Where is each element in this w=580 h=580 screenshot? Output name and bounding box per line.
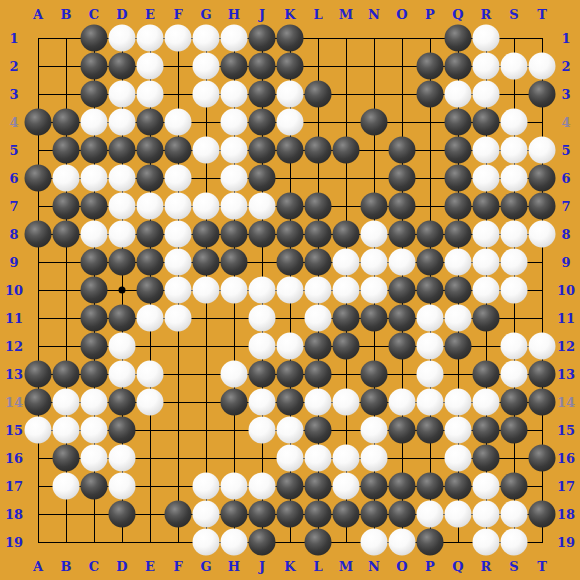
black-stone-D15[interactable] [109, 417, 136, 444]
white-stone-E11[interactable] [137, 305, 164, 332]
col-label-bottom: T [537, 560, 547, 573]
white-stone-L10[interactable] [305, 277, 332, 304]
go-board[interactable]: AABBCCDDEEFFGGHHJJKKLLMMNNOOPPQQRRSSTT11… [0, 0, 580, 580]
col-label-bottom: H [228, 560, 240, 573]
white-stone-C14[interactable] [81, 389, 108, 416]
white-stone-R1[interactable] [473, 25, 500, 52]
black-stone-Q6[interactable] [445, 165, 472, 192]
black-stone-O15[interactable] [389, 417, 416, 444]
white-stone-D16[interactable] [109, 445, 136, 472]
black-stone-Q10[interactable] [445, 277, 472, 304]
white-stone-T12[interactable] [529, 333, 556, 360]
black-stone-J19[interactable] [249, 529, 276, 556]
black-stone-H8[interactable] [221, 221, 248, 248]
white-stone-D12[interactable] [109, 333, 136, 360]
black-stone-R7[interactable] [473, 193, 500, 220]
black-stone-H14[interactable] [221, 389, 248, 416]
white-stone-M10[interactable] [333, 277, 360, 304]
white-stone-O19[interactable] [389, 529, 416, 556]
white-stone-E2[interactable] [137, 53, 164, 80]
white-stone-P12[interactable] [417, 333, 444, 360]
white-stone-F9[interactable] [165, 249, 192, 276]
black-stone-Q7[interactable] [445, 193, 472, 220]
col-label-top: A [33, 8, 43, 21]
white-stone-G18[interactable] [193, 501, 220, 528]
white-stone-E1[interactable] [137, 25, 164, 52]
black-stone-D18[interactable] [109, 501, 136, 528]
white-stone-P11[interactable] [417, 305, 444, 332]
black-stone-K13[interactable] [277, 361, 304, 388]
black-stone-L3[interactable] [305, 81, 332, 108]
black-stone-J8[interactable] [249, 221, 276, 248]
white-stone-R17[interactable] [473, 473, 500, 500]
black-stone-M11[interactable] [333, 305, 360, 332]
white-stone-H3[interactable] [221, 81, 248, 108]
col-label-bottom: P [425, 560, 435, 573]
black-stone-L8[interactable] [305, 221, 332, 248]
black-stone-L15[interactable] [305, 417, 332, 444]
white-stone-R10[interactable] [473, 277, 500, 304]
white-stone-K3[interactable] [277, 81, 304, 108]
black-stone-G8[interactable] [193, 221, 220, 248]
row-label-left: 15 [5, 424, 23, 437]
black-stone-R15[interactable] [473, 417, 500, 444]
white-stone-R9[interactable] [473, 249, 500, 276]
col-label-bottom: L [313, 560, 322, 573]
white-stone-D4[interactable] [109, 109, 136, 136]
star-point [119, 287, 126, 294]
col-label-top: C [89, 8, 99, 21]
white-stone-N15[interactable] [361, 417, 388, 444]
black-stone-C3[interactable] [81, 81, 108, 108]
black-stone-P19[interactable] [417, 529, 444, 556]
col-label-top: L [313, 8, 322, 21]
black-stone-M8[interactable] [333, 221, 360, 248]
black-stone-L19[interactable] [305, 529, 332, 556]
black-stone-K2[interactable] [277, 53, 304, 80]
row-label-right: 17 [557, 480, 575, 493]
black-stone-N4[interactable] [361, 109, 388, 136]
black-stone-P17[interactable] [417, 473, 444, 500]
white-stone-D13[interactable] [109, 361, 136, 388]
black-stone-A8[interactable] [25, 221, 52, 248]
black-stone-B5[interactable] [53, 137, 80, 164]
black-stone-J18[interactable] [249, 501, 276, 528]
black-stone-A14[interactable] [25, 389, 52, 416]
black-stone-O18[interactable] [389, 501, 416, 528]
row-label-right: 2 [561, 60, 570, 73]
white-stone-H17[interactable] [221, 473, 248, 500]
black-stone-D14[interactable] [109, 389, 136, 416]
black-stone-O17[interactable] [389, 473, 416, 500]
black-stone-B8[interactable] [53, 221, 80, 248]
white-stone-S13[interactable] [501, 361, 528, 388]
black-stone-T18[interactable] [529, 501, 556, 528]
white-stone-G10[interactable] [193, 277, 220, 304]
black-stone-B7[interactable] [53, 193, 80, 220]
white-stone-L14[interactable] [305, 389, 332, 416]
row-label-right: 9 [561, 256, 570, 269]
black-stone-E5[interactable] [137, 137, 164, 164]
white-stone-R6[interactable] [473, 165, 500, 192]
black-stone-T13[interactable] [529, 361, 556, 388]
white-stone-J10[interactable] [249, 277, 276, 304]
black-stone-L12[interactable] [305, 333, 332, 360]
white-stone-J11[interactable] [249, 305, 276, 332]
col-label-bottom: B [61, 560, 72, 573]
white-stone-F7[interactable] [165, 193, 192, 220]
white-stone-P18[interactable] [417, 501, 444, 528]
white-stone-B15[interactable] [53, 417, 80, 444]
black-stone-P2[interactable] [417, 53, 444, 80]
white-stone-E3[interactable] [137, 81, 164, 108]
white-stone-R18[interactable] [473, 501, 500, 528]
white-stone-S8[interactable] [501, 221, 528, 248]
white-stone-D6[interactable] [109, 165, 136, 192]
black-stone-C17[interactable] [81, 473, 108, 500]
white-stone-F4[interactable] [165, 109, 192, 136]
black-stone-D5[interactable] [109, 137, 136, 164]
white-stone-K15[interactable] [277, 417, 304, 444]
black-stone-P3[interactable] [417, 81, 444, 108]
black-stone-N7[interactable] [361, 193, 388, 220]
white-stone-S19[interactable] [501, 529, 528, 556]
black-stone-K5[interactable] [277, 137, 304, 164]
black-stone-E6[interactable] [137, 165, 164, 192]
white-stone-J15[interactable] [249, 417, 276, 444]
black-stone-P15[interactable] [417, 417, 444, 444]
row-label-right: 11 [557, 312, 575, 325]
black-stone-A4[interactable] [25, 109, 52, 136]
black-stone-S7[interactable] [501, 193, 528, 220]
white-stone-M14[interactable] [333, 389, 360, 416]
white-stone-H1[interactable] [221, 25, 248, 52]
black-stone-S14[interactable] [501, 389, 528, 416]
white-stone-T2[interactable] [529, 53, 556, 80]
white-stone-K10[interactable] [277, 277, 304, 304]
black-stone-A13[interactable] [25, 361, 52, 388]
black-stone-T16[interactable] [529, 445, 556, 472]
white-stone-J17[interactable] [249, 473, 276, 500]
white-stone-E13[interactable] [137, 361, 164, 388]
black-stone-J5[interactable] [249, 137, 276, 164]
black-stone-P10[interactable] [417, 277, 444, 304]
black-stone-T3[interactable] [529, 81, 556, 108]
black-stone-E8[interactable] [137, 221, 164, 248]
white-stone-Q11[interactable] [445, 305, 472, 332]
black-stone-P8[interactable] [417, 221, 444, 248]
black-stone-N17[interactable] [361, 473, 388, 500]
black-stone-K9[interactable] [277, 249, 304, 276]
black-stone-N13[interactable] [361, 361, 388, 388]
white-stone-K4[interactable] [277, 109, 304, 136]
white-stone-F1[interactable] [165, 25, 192, 52]
row-label-left: 4 [9, 116, 18, 129]
black-stone-C1[interactable] [81, 25, 108, 52]
black-stone-N14[interactable] [361, 389, 388, 416]
col-label-top: H [228, 8, 240, 21]
black-stone-F5[interactable] [165, 137, 192, 164]
white-stone-S2[interactable] [501, 53, 528, 80]
black-stone-O5[interactable] [389, 137, 416, 164]
white-stone-P13[interactable] [417, 361, 444, 388]
black-stone-Q17[interactable] [445, 473, 472, 500]
black-stone-B4[interactable] [53, 109, 80, 136]
row-label-right: 6 [561, 172, 570, 185]
col-label-top: E [145, 8, 155, 21]
white-stone-S10[interactable] [501, 277, 528, 304]
black-stone-L5[interactable] [305, 137, 332, 164]
white-stone-C15[interactable] [81, 417, 108, 444]
white-stone-S18[interactable] [501, 501, 528, 528]
black-stone-Q12[interactable] [445, 333, 472, 360]
white-stone-B17[interactable] [53, 473, 80, 500]
black-stone-T7[interactable] [529, 193, 556, 220]
col-label-bottom: D [116, 560, 127, 573]
white-stone-C16[interactable] [81, 445, 108, 472]
black-stone-R16[interactable] [473, 445, 500, 472]
black-stone-H9[interactable] [221, 249, 248, 276]
black-stone-Q2[interactable] [445, 53, 472, 80]
white-stone-P14[interactable] [417, 389, 444, 416]
black-stone-O6[interactable] [389, 165, 416, 192]
white-stone-N8[interactable] [361, 221, 388, 248]
white-stone-E7[interactable] [137, 193, 164, 220]
black-stone-M18[interactable] [333, 501, 360, 528]
white-stone-H10[interactable] [221, 277, 248, 304]
row-label-left: 2 [9, 60, 18, 73]
black-stone-M5[interactable] [333, 137, 360, 164]
white-stone-F6[interactable] [165, 165, 192, 192]
white-stone-G17[interactable] [193, 473, 220, 500]
black-stone-T6[interactable] [529, 165, 556, 192]
black-stone-C12[interactable] [81, 333, 108, 360]
black-stone-E9[interactable] [137, 249, 164, 276]
white-stone-A15[interactable] [25, 417, 52, 444]
white-stone-J7[interactable] [249, 193, 276, 220]
white-stone-T5[interactable] [529, 137, 556, 164]
row-label-right: 5 [561, 144, 570, 157]
white-stone-G3[interactable] [193, 81, 220, 108]
black-stone-J1[interactable] [249, 25, 276, 52]
black-stone-O11[interactable] [389, 305, 416, 332]
white-stone-H19[interactable] [221, 529, 248, 556]
black-stone-Q5[interactable] [445, 137, 472, 164]
black-stone-B13[interactable] [53, 361, 80, 388]
black-stone-C9[interactable] [81, 249, 108, 276]
black-stone-J6[interactable] [249, 165, 276, 192]
black-stone-L9[interactable] [305, 249, 332, 276]
black-stone-K17[interactable] [277, 473, 304, 500]
black-stone-O7[interactable] [389, 193, 416, 220]
black-stone-J13[interactable] [249, 361, 276, 388]
white-stone-H5[interactable] [221, 137, 248, 164]
white-stone-N10[interactable] [361, 277, 388, 304]
white-stone-H13[interactable] [221, 361, 248, 388]
white-stone-S12[interactable] [501, 333, 528, 360]
white-stone-F11[interactable] [165, 305, 192, 332]
col-label-bottom: K [284, 560, 295, 573]
black-stone-L17[interactable] [305, 473, 332, 500]
black-stone-O8[interactable] [389, 221, 416, 248]
black-stone-B16[interactable] [53, 445, 80, 472]
black-stone-E4[interactable] [137, 109, 164, 136]
white-stone-B14[interactable] [53, 389, 80, 416]
white-stone-B6[interactable] [53, 165, 80, 192]
col-label-top: M [339, 8, 353, 21]
black-stone-Q8[interactable] [445, 221, 472, 248]
black-stone-C2[interactable] [81, 53, 108, 80]
white-stone-D7[interactable] [109, 193, 136, 220]
col-label-top: D [116, 8, 127, 21]
black-stone-S17[interactable] [501, 473, 528, 500]
black-stone-T14[interactable] [529, 389, 556, 416]
white-stone-S4[interactable] [501, 109, 528, 136]
white-stone-R3[interactable] [473, 81, 500, 108]
black-stone-L13[interactable] [305, 361, 332, 388]
col-label-top: J [259, 8, 265, 21]
black-stone-L7[interactable] [305, 193, 332, 220]
white-stone-N19[interactable] [361, 529, 388, 556]
white-stone-H7[interactable] [221, 193, 248, 220]
white-stone-Q3[interactable] [445, 81, 472, 108]
white-stone-M17[interactable] [333, 473, 360, 500]
white-stone-G7[interactable] [193, 193, 220, 220]
white-stone-C6[interactable] [81, 165, 108, 192]
black-stone-P9[interactable] [417, 249, 444, 276]
col-label-bottom: A [33, 560, 43, 573]
white-stone-R19[interactable] [473, 529, 500, 556]
black-stone-E10[interactable] [137, 277, 164, 304]
black-stone-M12[interactable] [333, 333, 360, 360]
white-stone-R14[interactable] [473, 389, 500, 416]
white-stone-F8[interactable] [165, 221, 192, 248]
row-label-left: 3 [9, 88, 18, 101]
black-stone-C11[interactable] [81, 305, 108, 332]
black-stone-J4[interactable] [249, 109, 276, 136]
black-stone-H18[interactable] [221, 501, 248, 528]
black-stone-S15[interactable] [501, 417, 528, 444]
black-stone-K7[interactable] [277, 193, 304, 220]
white-stone-T8[interactable] [529, 221, 556, 248]
col-label-bottom: S [509, 560, 518, 573]
white-stone-N16[interactable] [361, 445, 388, 472]
white-stone-H4[interactable] [221, 109, 248, 136]
row-label-right: 14 [557, 396, 575, 409]
white-stone-Q18[interactable] [445, 501, 472, 528]
black-stone-A6[interactable] [25, 165, 52, 192]
white-stone-Q14[interactable] [445, 389, 472, 416]
white-stone-N9[interactable] [361, 249, 388, 276]
col-label-top: T [537, 8, 547, 21]
black-stone-R13[interactable] [473, 361, 500, 388]
white-stone-J12[interactable] [249, 333, 276, 360]
black-stone-N11[interactable] [361, 305, 388, 332]
white-stone-Q16[interactable] [445, 445, 472, 472]
row-label-left: 1 [9, 32, 18, 45]
white-stone-M9[interactable] [333, 249, 360, 276]
black-stone-Q1[interactable] [445, 25, 472, 52]
black-stone-N18[interactable] [361, 501, 388, 528]
col-label-bottom: J [259, 560, 265, 573]
black-stone-D2[interactable] [109, 53, 136, 80]
row-label-right: 18 [557, 508, 575, 521]
white-stone-Q15[interactable] [445, 417, 472, 444]
white-stone-F10[interactable] [165, 277, 192, 304]
white-stone-J14[interactable] [249, 389, 276, 416]
white-stone-D17[interactable] [109, 473, 136, 500]
white-stone-R2[interactable] [473, 53, 500, 80]
white-stone-C8[interactable] [81, 221, 108, 248]
white-stone-G1[interactable] [193, 25, 220, 52]
black-stone-D11[interactable] [109, 305, 136, 332]
black-stone-J3[interactable] [249, 81, 276, 108]
white-stone-D8[interactable] [109, 221, 136, 248]
black-stone-K1[interactable] [277, 25, 304, 52]
white-stone-M16[interactable] [333, 445, 360, 472]
black-stone-K8[interactable] [277, 221, 304, 248]
black-stone-C5[interactable] [81, 137, 108, 164]
white-stone-G5[interactable] [193, 137, 220, 164]
white-stone-E14[interactable] [137, 389, 164, 416]
white-stone-O9[interactable] [389, 249, 416, 276]
black-stone-K14[interactable] [277, 389, 304, 416]
white-stone-K12[interactable] [277, 333, 304, 360]
white-stone-S5[interactable] [501, 137, 528, 164]
black-stone-R4[interactable] [473, 109, 500, 136]
black-stone-F18[interactable] [165, 501, 192, 528]
white-stone-D3[interactable] [109, 81, 136, 108]
white-stone-R5[interactable] [473, 137, 500, 164]
black-stone-C7[interactable] [81, 193, 108, 220]
black-stone-K18[interactable] [277, 501, 304, 528]
black-stone-C10[interactable] [81, 277, 108, 304]
white-stone-G19[interactable] [193, 529, 220, 556]
col-label-bottom: Q [452, 560, 463, 573]
row-label-left: 17 [5, 480, 23, 493]
col-label-bottom: G [200, 560, 211, 573]
white-stone-K16[interactable] [277, 445, 304, 472]
black-stone-J2[interactable] [249, 53, 276, 80]
white-stone-C4[interactable] [81, 109, 108, 136]
white-stone-L16[interactable] [305, 445, 332, 472]
black-stone-C13[interactable] [81, 361, 108, 388]
black-stone-H2[interactable] [221, 53, 248, 80]
row-label-left: 18 [5, 508, 23, 521]
white-stone-L11[interactable] [305, 305, 332, 332]
black-stone-G9[interactable] [193, 249, 220, 276]
black-stone-O12[interactable] [389, 333, 416, 360]
white-stone-R8[interactable] [473, 221, 500, 248]
white-stone-G2[interactable] [193, 53, 220, 80]
row-label-left: 7 [9, 200, 18, 213]
black-stone-O10[interactable] [389, 277, 416, 304]
black-stone-Q4[interactable] [445, 109, 472, 136]
white-stone-S6[interactable] [501, 165, 528, 192]
row-label-right: 12 [557, 340, 575, 353]
col-label-bottom: R [481, 560, 492, 573]
white-stone-D1[interactable] [109, 25, 136, 52]
white-stone-H6[interactable] [221, 165, 248, 192]
black-stone-L18[interactable] [305, 501, 332, 528]
white-stone-Q9[interactable] [445, 249, 472, 276]
black-stone-D9[interactable] [109, 249, 136, 276]
white-stone-O14[interactable] [389, 389, 416, 416]
black-stone-R11[interactable] [473, 305, 500, 332]
white-stone-S9[interactable] [501, 249, 528, 276]
row-label-right: 3 [561, 88, 570, 101]
row-label-left: 12 [5, 340, 23, 353]
